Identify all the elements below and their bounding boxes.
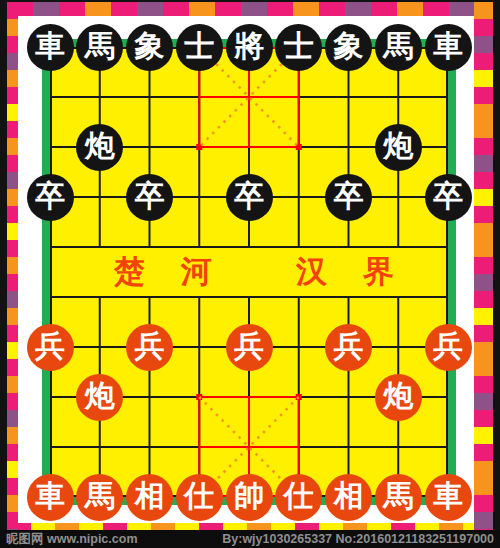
board-intersection[interactable] bbox=[125, 272, 175, 322]
piece-red-horse[interactable]: 馬 bbox=[76, 474, 123, 521]
piece-red-advisor[interactable]: 仕 bbox=[275, 474, 322, 521]
board-intersection[interactable]: 卒 bbox=[324, 172, 374, 222]
board-intersection[interactable] bbox=[324, 72, 374, 122]
board-intersection[interactable] bbox=[423, 122, 473, 172]
piece-black-soldier[interactable]: 卒 bbox=[425, 174, 472, 221]
piece-black-chariot[interactable]: 車 bbox=[425, 24, 472, 71]
pieces-layer: 車馬象士將士象馬車炮炮卒卒卒卒卒兵兵兵兵兵炮炮車馬相仕帥仕相馬車 bbox=[25, 22, 473, 522]
board-intersection[interactable] bbox=[224, 222, 274, 272]
board-green-frame: 楚 河 汉 界 車馬象士將士象馬車炮炮卒卒卒卒卒兵兵兵兵兵炮炮車馬相仕帥仕相馬車 bbox=[42, 39, 456, 505]
watermark-site: 昵图网 www.nipic.com bbox=[6, 531, 138, 548]
piece-black-chariot[interactable]: 車 bbox=[27, 24, 74, 71]
board-intersection[interactable] bbox=[373, 422, 423, 472]
board-intersection[interactable]: 相 bbox=[125, 472, 175, 522]
piece-black-soldier[interactable]: 卒 bbox=[226, 174, 273, 221]
piece-black-elephant[interactable]: 象 bbox=[325, 24, 372, 71]
board-intersection[interactable]: 士 bbox=[274, 22, 324, 72]
board-intersection[interactable] bbox=[373, 322, 423, 372]
piece-black-cannon[interactable]: 炮 bbox=[375, 124, 422, 171]
decorative-border-right bbox=[474, 2, 493, 530]
board-intersection[interactable]: 象 bbox=[125, 22, 175, 72]
piece-red-elephant[interactable]: 相 bbox=[126, 474, 173, 521]
board-intersection[interactable]: 車 bbox=[25, 22, 75, 72]
piece-red-horse[interactable]: 馬 bbox=[375, 474, 422, 521]
piece-black-horse[interactable]: 馬 bbox=[76, 24, 123, 71]
piece-red-general[interactable]: 帥 bbox=[226, 474, 273, 521]
piece-red-cannon[interactable]: 炮 bbox=[375, 374, 422, 421]
board-intersection[interactable] bbox=[174, 422, 224, 472]
board-intersection[interactable] bbox=[274, 122, 324, 172]
decorative-border-top bbox=[7, 2, 493, 16]
board-intersection[interactable]: 卒 bbox=[423, 172, 473, 222]
watermark-credit: By:wjy1030265337 No:20160121183251197000 bbox=[222, 532, 494, 546]
board-intersection[interactable] bbox=[224, 272, 274, 322]
piece-black-advisor[interactable]: 士 bbox=[176, 24, 223, 71]
board-intersection[interactable] bbox=[174, 72, 224, 122]
board-intersection[interactable]: 炮 bbox=[75, 372, 125, 422]
board-intersection[interactable]: 車 bbox=[423, 472, 473, 522]
piece-black-soldier[interactable]: 卒 bbox=[325, 174, 372, 221]
piece-red-soldier[interactable]: 兵 bbox=[425, 324, 472, 371]
piece-red-chariot[interactable]: 車 bbox=[27, 474, 74, 521]
watermark-bar: 昵图网 www.nipic.com By:wjy1030265337 No:20… bbox=[0, 530, 500, 548]
board-intersection[interactable]: 仕 bbox=[274, 472, 324, 522]
board-intersection[interactable]: 兵 bbox=[324, 322, 374, 372]
board-intersection[interactable] bbox=[274, 372, 324, 422]
board-intersection[interactable] bbox=[274, 222, 324, 272]
board-intersection[interactable]: 馬 bbox=[75, 22, 125, 72]
decorative-border-left bbox=[7, 2, 18, 530]
board-intersection[interactable] bbox=[423, 272, 473, 322]
board-intersection[interactable] bbox=[174, 322, 224, 372]
piece-black-elephant[interactable]: 象 bbox=[126, 24, 173, 71]
board-intersection[interactable]: 車 bbox=[423, 22, 473, 72]
board-intersection[interactable] bbox=[125, 72, 175, 122]
board-intersection[interactable]: 馬 bbox=[373, 22, 423, 72]
board-intersection[interactable] bbox=[274, 72, 324, 122]
piece-black-general[interactable]: 將 bbox=[226, 24, 273, 71]
board-intersection[interactable] bbox=[324, 272, 374, 322]
piece-red-elephant[interactable]: 相 bbox=[325, 474, 372, 521]
board-intersection[interactable]: 炮 bbox=[373, 122, 423, 172]
piece-red-chariot[interactable]: 車 bbox=[425, 474, 472, 521]
board-intersection[interactable]: 卒 bbox=[25, 172, 75, 222]
board-intersection[interactable] bbox=[274, 172, 324, 222]
board-intersection[interactable]: 兵 bbox=[125, 322, 175, 372]
board-intersection[interactable] bbox=[125, 372, 175, 422]
board-intersection[interactable] bbox=[373, 172, 423, 222]
board-intersection[interactable]: 兵 bbox=[25, 322, 75, 372]
board-intersection[interactable]: 兵 bbox=[423, 322, 473, 372]
board-intersection[interactable] bbox=[274, 322, 324, 372]
xiangqi-board-image: 楚 河 汉 界 車馬象士將士象馬車炮炮卒卒卒卒卒兵兵兵兵兵炮炮車馬相仕帥仕相馬車… bbox=[0, 0, 500, 548]
board-intersection[interactable] bbox=[224, 72, 274, 122]
board-intersection[interactable]: 象 bbox=[324, 22, 374, 72]
piece-black-horse[interactable]: 馬 bbox=[375, 24, 422, 71]
board-intersection[interactable] bbox=[423, 422, 473, 472]
board-intersection[interactable] bbox=[75, 322, 125, 372]
board-intersection[interactable]: 炮 bbox=[75, 122, 125, 172]
board-intersection[interactable] bbox=[25, 272, 75, 322]
board-intersection[interactable] bbox=[174, 172, 224, 222]
board-intersection[interactable] bbox=[125, 122, 175, 172]
board-intersection[interactable] bbox=[75, 72, 125, 122]
piece-red-cannon[interactable]: 炮 bbox=[76, 374, 123, 421]
piece-black-soldier[interactable]: 卒 bbox=[27, 174, 74, 221]
board-intersection[interactable] bbox=[25, 122, 75, 172]
board-margin: 楚 河 汉 界 車馬象士將士象馬車炮炮卒卒卒卒卒兵兵兵兵兵炮炮車馬相仕帥仕相馬車 bbox=[18, 16, 474, 523]
board-intersection[interactable] bbox=[324, 222, 374, 272]
board-intersection[interactable] bbox=[324, 422, 374, 472]
board-intersection[interactable] bbox=[423, 222, 473, 272]
board-intersection[interactable] bbox=[224, 122, 274, 172]
board-intersection[interactable] bbox=[423, 372, 473, 422]
board-intersection[interactable] bbox=[324, 122, 374, 172]
board-intersection[interactable] bbox=[324, 372, 374, 422]
board-intersection[interactable] bbox=[125, 222, 175, 272]
decorative-border-bottom bbox=[7, 523, 493, 530]
board-intersection[interactable] bbox=[75, 272, 125, 322]
board-intersection[interactable] bbox=[224, 422, 274, 472]
board-intersection[interactable] bbox=[373, 222, 423, 272]
board-intersection[interactable] bbox=[25, 72, 75, 122]
board-intersection[interactable] bbox=[373, 72, 423, 122]
board-intersection[interactable] bbox=[274, 272, 324, 322]
board-intersection[interactable]: 兵 bbox=[224, 322, 274, 372]
board-intersection[interactable] bbox=[174, 222, 224, 272]
piece-black-cannon[interactable]: 炮 bbox=[76, 124, 123, 171]
board-intersection[interactable]: 將 bbox=[224, 22, 274, 72]
board-intersection[interactable]: 士 bbox=[174, 22, 224, 72]
board-intersection[interactable] bbox=[125, 422, 175, 472]
piece-black-advisor[interactable]: 士 bbox=[275, 24, 322, 71]
board-intersection[interactable]: 炮 bbox=[373, 372, 423, 422]
board-intersection[interactable] bbox=[224, 372, 274, 422]
board-intersection[interactable] bbox=[174, 372, 224, 422]
piece-black-soldier[interactable]: 卒 bbox=[126, 174, 173, 221]
board-intersection[interactable] bbox=[75, 172, 125, 222]
piece-red-soldier[interactable]: 兵 bbox=[126, 324, 173, 371]
piece-red-soldier[interactable]: 兵 bbox=[27, 324, 74, 371]
board-intersection[interactable] bbox=[75, 422, 125, 472]
board-intersection[interactable] bbox=[373, 272, 423, 322]
board-intersection[interactable]: 卒 bbox=[125, 172, 175, 222]
board-intersection[interactable]: 車 bbox=[25, 472, 75, 522]
board-intersection[interactable] bbox=[423, 72, 473, 122]
board-intersection[interactable]: 相 bbox=[324, 472, 374, 522]
board-intersection[interactable] bbox=[25, 422, 75, 472]
board-intersection[interactable] bbox=[25, 222, 75, 272]
board-intersection[interactable] bbox=[25, 372, 75, 422]
board-intersection[interactable]: 馬 bbox=[75, 472, 125, 522]
board-intersection[interactable] bbox=[174, 272, 224, 322]
board-intersection[interactable]: 馬 bbox=[373, 472, 423, 522]
board-intersection[interactable]: 帥 bbox=[224, 472, 274, 522]
piece-red-soldier[interactable]: 兵 bbox=[226, 324, 273, 371]
board-intersection[interactable] bbox=[174, 122, 224, 172]
board-surface: 楚 河 汉 界 車馬象士將士象馬車炮炮卒卒卒卒卒兵兵兵兵兵炮炮車馬相仕帥仕相馬車 bbox=[50, 47, 448, 497]
board-intersection[interactable]: 仕 bbox=[174, 472, 224, 522]
piece-red-advisor[interactable]: 仕 bbox=[176, 474, 223, 521]
piece-red-soldier[interactable]: 兵 bbox=[325, 324, 372, 371]
board-intersection[interactable] bbox=[75, 222, 125, 272]
board-intersection[interactable] bbox=[274, 422, 324, 472]
board-intersection[interactable]: 卒 bbox=[224, 172, 274, 222]
